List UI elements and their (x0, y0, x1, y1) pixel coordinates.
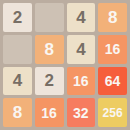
tile-2-r1c1: 2 (3, 3, 32, 32)
tile-8-r4c1: 8 (3, 98, 32, 127)
tile-16-r2c4: 16 (98, 35, 127, 64)
empty-cell-r1c2 (35, 3, 64, 32)
tile-8-r1c4: 8 (98, 3, 127, 32)
tile-256-r4c4: 256 (98, 98, 127, 127)
tile-4-r3c1: 4 (3, 67, 32, 96)
game-board-2048[interactable]: 248841642166481632256 (0, 0, 130, 130)
tile-16-r4c2: 16 (35, 98, 64, 127)
tile-4-r1c3: 4 (67, 3, 96, 32)
tile-8-r2c2: 8 (35, 35, 64, 64)
tile-4-r2c3: 4 (67, 35, 96, 64)
tile-64-r3c4: 64 (98, 67, 127, 96)
tile-16-r3c3: 16 (67, 67, 96, 96)
empty-cell-r2c1 (3, 35, 32, 64)
tile-2-r3c2: 2 (35, 67, 64, 96)
tile-32-r4c3: 32 (67, 98, 96, 127)
